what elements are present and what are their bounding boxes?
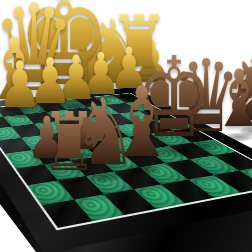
board-squares-grid [0, 93, 252, 228]
chess-board [0, 87, 252, 252]
board-perspective-wrapper [0, 0, 252, 252]
chess-set-photo: ♟♜♞♟♝♟♚♟♛♝♟♟♞♝♛♚♟♟♝♞♜ [0, 0, 252, 252]
